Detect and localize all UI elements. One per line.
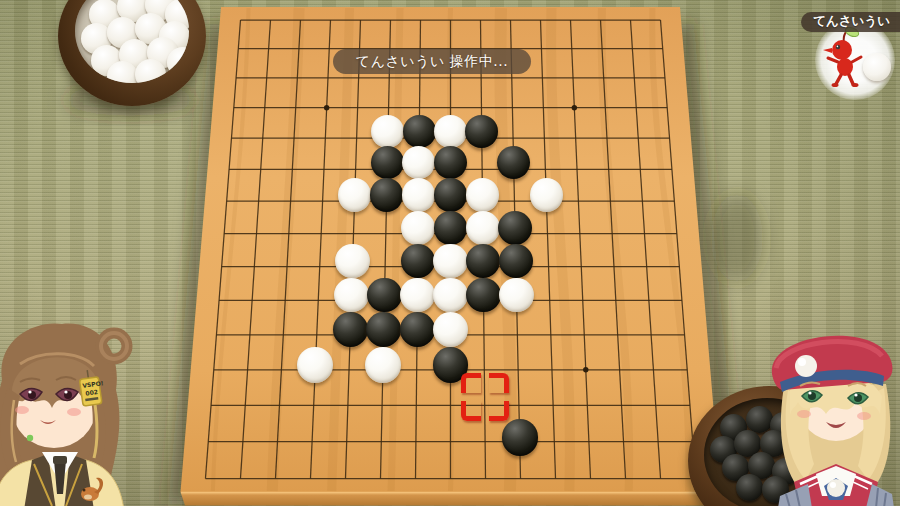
white-bowl-stones [75,0,189,83]
black-stone [499,244,533,278]
black-stone [762,476,789,503]
black-stone [333,312,368,347]
black-stone [403,115,436,148]
white-stone [334,278,369,313]
white-stone [338,178,372,212]
white-stone [335,244,369,278]
white-stone [167,47,189,78]
black-stone [497,146,530,179]
white-stone [401,211,435,245]
white-stone [499,278,534,313]
black-bowl-stones [704,398,830,506]
black-stone [736,474,763,501]
white-stone [365,347,401,383]
player-name: てんさいうい [813,13,890,30]
game-screen: てんさいうい 操作中... [0,0,900,506]
white-stone [402,178,436,212]
white-stone [530,178,564,212]
black-stone [371,146,404,179]
white-stone [297,347,333,383]
black-stone [434,178,468,212]
white-stone [466,178,500,212]
black-stone [502,419,538,455]
black-stone [465,115,498,148]
black-stone [366,312,401,347]
black-stone [466,244,500,278]
black-stone [401,244,435,278]
white-stone [402,146,435,179]
white-stone [400,278,435,313]
black-stone [498,211,532,245]
black-stone [367,278,402,313]
black-stone [466,278,501,313]
black-stone [400,312,435,347]
player-badge: てんさいうい [801,12,900,32]
white-stone [433,312,468,347]
white-stone [135,59,166,83]
white-stone [433,278,468,313]
black-stone [433,347,469,383]
turn-banner: てんさいうい 操作中... [333,49,531,74]
black-stone [434,146,467,179]
white-stone [466,211,500,245]
black-stone [370,178,404,212]
black-stone [746,406,773,433]
turn-banner-text: てんさいうい 操作中... [356,53,508,71]
black-stone [434,211,468,245]
white-stone [371,115,404,148]
white-stone [433,244,467,278]
white-stone [434,115,467,148]
white-stone-icon [863,53,891,81]
